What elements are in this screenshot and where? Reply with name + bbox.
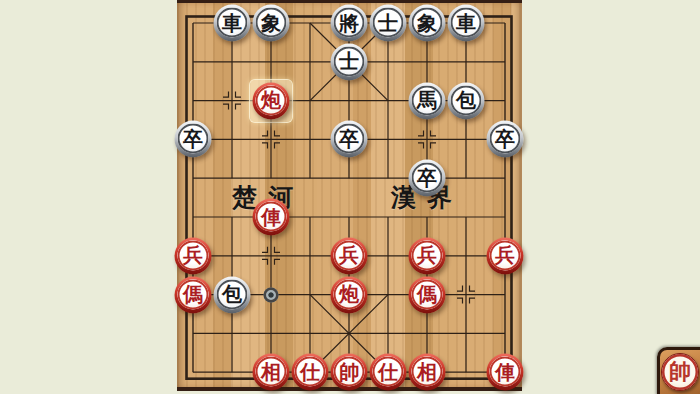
piece-glyph: 卒 — [417, 167, 437, 187]
piece-face: 馬 — [412, 85, 443, 115]
piece-face: 仕 — [373, 357, 404, 387]
piece-face: 車 — [451, 8, 482, 38]
piece-glyph: 卒 — [495, 128, 515, 148]
piece-glyph: 相 — [261, 361, 281, 381]
piece-face: 兵 — [178, 240, 209, 270]
piece-face: 帥 — [334, 357, 365, 387]
piece-red-soldier[interactable]: 兵 — [409, 237, 446, 274]
piece-red-cannon[interactable]: 炮 — [331, 276, 368, 313]
piece-glyph: 卒 — [183, 128, 203, 148]
piece-red-elephant[interactable]: 相 — [409, 354, 446, 391]
piece-glyph: 兵 — [183, 245, 203, 265]
piece-black-cannon[interactable]: 包 — [448, 82, 485, 119]
piece-black-general[interactable]: 將 — [331, 5, 368, 42]
piece-face: 卒 — [412, 163, 443, 193]
piece-glyph: 象 — [417, 12, 437, 32]
piece-black-soldier[interactable]: 卒 — [331, 121, 368, 158]
piece-face: 包 — [217, 279, 248, 309]
piece-face: 士 — [334, 46, 365, 76]
piece-red-advisor[interactable]: 仕 — [292, 354, 329, 391]
piece-glyph: 兵 — [417, 245, 437, 265]
piece-face: 炮 — [334, 279, 365, 309]
red-general-logo-icon: 帥 — [661, 353, 699, 391]
piece-black-advisor[interactable]: 士 — [370, 5, 407, 42]
piece-glyph: 俥 — [495, 361, 515, 381]
piece-glyph: 士 — [339, 51, 359, 71]
piece-face: 俥 — [256, 202, 287, 232]
last-move-origin-dot — [264, 287, 279, 302]
piece-face: 兵 — [490, 240, 521, 270]
piece-red-horse[interactable]: 傌 — [175, 276, 212, 313]
piece-glyph: 士 — [378, 12, 398, 32]
piece-face: 象 — [412, 8, 443, 38]
piece-face: 車 — [217, 8, 248, 38]
piece-glyph: 仕 — [300, 361, 320, 381]
piece-face: 炮 — [256, 85, 287, 115]
piece-black-elephant[interactable]: 象 — [253, 5, 290, 42]
piece-face: 卒 — [178, 124, 209, 154]
piece-red-advisor[interactable]: 仕 — [370, 354, 407, 391]
piece-face: 士 — [373, 8, 404, 38]
piece-red-horse[interactable]: 傌 — [409, 276, 446, 313]
piece-black-cannon[interactable]: 包 — [214, 276, 251, 313]
piece-face: 俥 — [490, 357, 521, 387]
piece-red-chariot[interactable]: 俥 — [487, 354, 524, 391]
piece-face: 仕 — [295, 357, 326, 387]
piece-glyph: 包 — [222, 284, 242, 304]
piece-glyph: 馬 — [417, 90, 437, 110]
piece-black-chariot[interactable]: 車 — [214, 5, 251, 42]
piece-red-general[interactable]: 帥 — [331, 354, 368, 391]
piece-face: 傌 — [412, 279, 443, 309]
piece-glyph: 象 — [261, 12, 281, 32]
piece-black-elephant[interactable]: 象 — [409, 5, 446, 42]
piece-face: 相 — [412, 357, 443, 387]
piece-glyph: 帥 — [339, 361, 359, 381]
piece-glyph: 傌 — [417, 284, 437, 304]
piece-glyph: 車 — [456, 12, 476, 32]
xiangqi-app-screen: 楚河 漢界 車象將士象車士炮馬包卒卒卒卒俥兵兵兵兵傌包炮傌相仕帥仕相俥 帥 — [0, 0, 700, 394]
piece-face: 包 — [451, 85, 482, 115]
piece-black-soldier[interactable]: 卒 — [409, 160, 446, 197]
piece-glyph: 傌 — [183, 284, 203, 304]
piece-glyph: 炮 — [261, 90, 281, 110]
piece-glyph: 炮 — [339, 284, 359, 304]
piece-red-chariot[interactable]: 俥 — [253, 199, 290, 236]
piece-face: 卒 — [490, 124, 521, 154]
piece-glyph: 兵 — [339, 245, 359, 265]
piece-glyph: 車 — [222, 12, 242, 32]
piece-glyph: 兵 — [495, 245, 515, 265]
piece-black-soldier[interactable]: 卒 — [487, 121, 524, 158]
piece-glyph: 將 — [339, 12, 359, 32]
piece-black-advisor[interactable]: 士 — [331, 43, 368, 80]
piece-red-cannon[interactable]: 炮 — [253, 82, 290, 119]
piece-face: 傌 — [178, 279, 209, 309]
piece-black-horse[interactable]: 馬 — [409, 82, 446, 119]
piece-red-soldier[interactable]: 兵 — [331, 237, 368, 274]
piece-red-soldier[interactable]: 兵 — [175, 237, 212, 274]
app-logo-badge: 帥 — [657, 347, 700, 394]
piece-glyph: 卒 — [339, 128, 359, 148]
piece-black-chariot[interactable]: 車 — [448, 5, 485, 42]
piece-face: 兵 — [334, 240, 365, 270]
piece-red-elephant[interactable]: 相 — [253, 354, 290, 391]
piece-face: 象 — [256, 8, 287, 38]
piece-face: 相 — [256, 357, 287, 387]
piece-face: 兵 — [412, 240, 443, 270]
piece-glyph: 包 — [456, 90, 476, 110]
piece-face: 將 — [334, 8, 365, 38]
piece-black-soldier[interactable]: 卒 — [175, 121, 212, 158]
piece-glyph: 相 — [417, 361, 437, 381]
piece-red-soldier[interactable]: 兵 — [487, 237, 524, 274]
piece-face: 卒 — [334, 124, 365, 154]
piece-glyph: 俥 — [261, 206, 281, 226]
piece-glyph: 仕 — [378, 361, 398, 381]
